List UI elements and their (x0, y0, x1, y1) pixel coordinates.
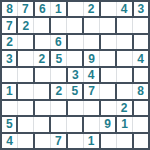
cell-r7c8[interactable]: 2 (116, 101, 132, 115)
cell-r4c7[interactable] (99, 51, 115, 65)
brick-r3c3: 6 (35, 35, 66, 49)
brick-r9c7 (101, 134, 132, 148)
brick-r1c3: 61 (35, 2, 66, 16)
brick-r2c4 (51, 18, 82, 32)
cell-r9c3[interactable] (35, 134, 50, 148)
cell-r8c4[interactable] (51, 117, 66, 131)
brick-r4c1: 3 (2, 51, 16, 65)
brick-r3c5 (68, 35, 99, 49)
brick-r1c5: 2 (68, 2, 99, 16)
cell-r4c3[interactable]: 2 (33, 51, 49, 65)
brick-r8c2 (18, 117, 49, 131)
cell-r5c7[interactable] (101, 68, 116, 82)
brick-r6c1: 1 (2, 84, 16, 98)
cell-r1c1[interactable]: 8 (2, 2, 17, 16)
cell-r2c2[interactable]: 2 (18, 18, 33, 32)
cell-r3c3[interactable] (35, 35, 50, 49)
cell-r3c6[interactable] (83, 35, 99, 49)
brick-r7c5 (68, 101, 99, 115)
brick-r2c2: 2 (18, 18, 49, 32)
cell-r9c8[interactable] (116, 134, 132, 148)
cell-r6c3[interactable] (33, 84, 49, 98)
cell-r2c4[interactable] (51, 18, 66, 32)
cell-r6c6[interactable]: 7 (84, 84, 99, 98)
cell-r6c4[interactable]: 2 (51, 84, 66, 98)
cell-r9c2[interactable] (17, 134, 33, 148)
cell-r8c5[interactable] (66, 117, 82, 131)
cell-r6c5[interactable]: 5 (66, 84, 82, 98)
cell-r3c5[interactable] (68, 35, 83, 49)
brick-r7c3 (35, 101, 66, 115)
brick-r1c9: 3 (134, 2, 148, 16)
brick-r6c6: 7 (84, 84, 115, 98)
cell-r2c8[interactable] (117, 18, 132, 32)
brick-r2c6 (84, 18, 115, 32)
brick-r7c7: 2 (101, 101, 132, 115)
brick-r6c2 (18, 84, 49, 98)
cell-r2c5[interactable] (66, 18, 82, 32)
cell-r1c3[interactable]: 6 (35, 2, 50, 16)
cell-r6c9[interactable]: 8 (132, 84, 148, 98)
cell-r8c1[interactable]: 5 (2, 117, 16, 131)
cell-r6c8[interactable] (117, 84, 132, 98)
cell-r6c1[interactable]: 1 (2, 84, 16, 98)
cell-r7c4[interactable] (50, 101, 66, 115)
cell-r1c9[interactable]: 3 (134, 2, 148, 16)
cell-r8c7[interactable]: 9 (99, 117, 115, 131)
puzzle-board: 876124372263259434125782591471 (0, 0, 150, 150)
brick-r8c6: 9 (84, 117, 115, 131)
cell-r7c9[interactable] (134, 101, 148, 115)
cell-r5c6[interactable]: 4 (83, 68, 99, 82)
cell-r3c8[interactable] (116, 35, 132, 49)
cell-r5c8[interactable] (116, 68, 132, 82)
brick-r6c4: 25 (51, 84, 82, 98)
cell-r1c5[interactable] (68, 2, 83, 16)
cell-r5c2[interactable] (17, 68, 33, 82)
cell-r9c4[interactable]: 7 (50, 134, 66, 148)
brick-r1c1: 87 (2, 2, 33, 16)
cell-r4c1[interactable]: 3 (2, 51, 16, 65)
cell-r3c1[interactable]: 2 (2, 35, 17, 49)
cell-r1c4[interactable]: 1 (50, 2, 66, 16)
brick-r7c1 (2, 101, 33, 115)
cell-r7c2[interactable] (17, 101, 33, 115)
cell-r7c1[interactable] (2, 101, 17, 115)
brick-r4c8: 4 (117, 51, 148, 65)
brick-r2c8 (117, 18, 148, 32)
brick-r5c3 (35, 68, 66, 82)
cell-r7c3[interactable] (35, 101, 50, 115)
brick-r3c9 (134, 35, 148, 49)
cell-r2c7[interactable] (99, 18, 115, 32)
cell-r3c2[interactable] (17, 35, 33, 49)
brick-r5c5: 34 (68, 68, 99, 82)
cell-r9c7[interactable] (101, 134, 116, 148)
cell-r5c1[interactable] (2, 68, 17, 82)
cell-r1c8[interactable]: 4 (116, 2, 132, 16)
brick-r7c9 (134, 101, 148, 115)
cell-r3c4[interactable]: 6 (50, 35, 66, 49)
cell-r6c7[interactable] (99, 84, 115, 98)
brick-r4c6: 9 (84, 51, 115, 65)
cell-r7c7[interactable] (101, 101, 116, 115)
cell-r2c6[interactable] (84, 18, 99, 32)
brick-r9c5: 1 (68, 134, 99, 148)
cell-r5c3[interactable] (35, 68, 50, 82)
cell-r4c2[interactable] (18, 51, 33, 65)
brick-r3c7 (101, 35, 132, 49)
cell-r8c2[interactable] (18, 117, 33, 131)
brick-r9c9 (134, 134, 148, 148)
cell-r2c1[interactable]: 7 (2, 18, 16, 32)
cell-r8c6[interactable] (84, 117, 99, 131)
cell-r7c5[interactable] (68, 101, 83, 115)
cell-r2c9[interactable] (132, 18, 148, 32)
cell-r5c5[interactable]: 3 (68, 68, 83, 82)
brick-r9c3: 7 (35, 134, 66, 148)
cell-r4c9[interactable]: 4 (132, 51, 148, 65)
cell-r4c8[interactable] (117, 51, 132, 65)
brick-r4c4: 5 (51, 51, 82, 65)
brick-r5c9 (134, 68, 148, 82)
brick-r9c1: 4 (2, 134, 33, 148)
cell-r5c4[interactable] (50, 68, 66, 82)
brick-r5c1 (2, 68, 33, 82)
cell-r4c5[interactable] (66, 51, 82, 65)
cell-r9c1[interactable]: 4 (2, 134, 17, 148)
cell-r3c7[interactable] (101, 35, 116, 49)
cell-r8c3[interactable] (33, 117, 49, 131)
cell-r7c6[interactable] (83, 101, 99, 115)
cell-r6c2[interactable] (18, 84, 33, 98)
cell-r1c7[interactable] (101, 2, 116, 16)
brick-r2c1: 7 (2, 18, 16, 32)
cell-r5c9[interactable] (134, 68, 148, 82)
cell-r1c2[interactable]: 7 (17, 2, 33, 16)
brick-r1c7: 4 (101, 2, 132, 16)
cell-r8c9[interactable] (132, 117, 148, 131)
cell-r4c4[interactable]: 5 (51, 51, 66, 65)
cell-r9c5[interactable] (68, 134, 83, 148)
brick-r3c1: 2 (2, 35, 33, 49)
cell-r9c6[interactable]: 1 (83, 134, 99, 148)
cell-r3c9[interactable] (134, 35, 148, 49)
brick-r6c8: 8 (117, 84, 148, 98)
cell-r8c8[interactable]: 1 (117, 117, 132, 131)
brick-r8c1: 5 (2, 117, 16, 131)
cell-r1c6[interactable]: 2 (83, 2, 99, 16)
brick-r4c2: 2 (18, 51, 49, 65)
cell-r9c9[interactable] (134, 134, 148, 148)
brick-r8c8: 1 (117, 117, 148, 131)
cell-r4c6[interactable]: 9 (84, 51, 99, 65)
cell-r2c3[interactable] (33, 18, 49, 32)
brick-r8c4 (51, 117, 82, 131)
brick-r5c7 (101, 68, 132, 82)
